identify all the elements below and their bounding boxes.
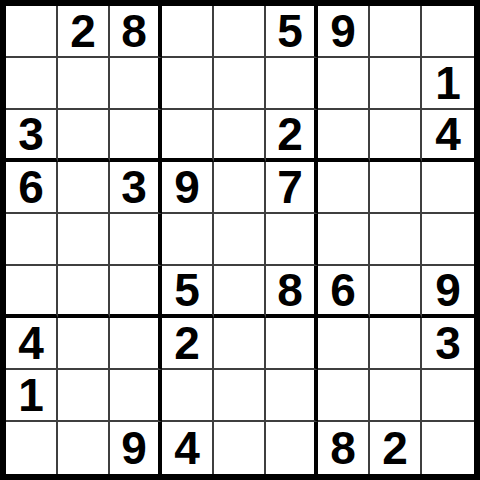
cell-r1c2-given[interactable]: 2 (58, 6, 110, 58)
cell-r6c9-given[interactable]: 9 (422, 266, 474, 318)
cell-r2c7-empty[interactable] (318, 58, 370, 110)
cell-r4c7-empty[interactable] (318, 162, 370, 214)
cell-r1c1-empty[interactable] (6, 6, 58, 58)
cell-r1c3-given[interactable]: 8 (110, 6, 162, 58)
cell-r8c1-given[interactable]: 1 (6, 370, 58, 422)
cell-r3c6-given[interactable]: 2 (266, 110, 318, 162)
cell-r3c2-empty[interactable] (58, 110, 110, 162)
cell-r8c8-empty[interactable] (370, 370, 422, 422)
cell-r9c7-given[interactable]: 8 (318, 422, 370, 474)
cell-r5c9-empty[interactable] (422, 214, 474, 266)
cell-r7c6-empty[interactable] (266, 318, 318, 370)
cell-r8c6-empty[interactable] (266, 370, 318, 422)
cell-r2c2-empty[interactable] (58, 58, 110, 110)
cell-r3c3-empty[interactable] (110, 110, 162, 162)
cell-r1c9-empty[interactable] (422, 6, 474, 58)
cell-r4c6-given[interactable]: 7 (266, 162, 318, 214)
cell-r2c6-empty[interactable] (266, 58, 318, 110)
cell-r7c1-given[interactable]: 4 (6, 318, 58, 370)
cell-r3c7-empty[interactable] (318, 110, 370, 162)
cell-r1c5-empty[interactable] (214, 6, 266, 58)
cell-r2c1-empty[interactable] (6, 58, 58, 110)
cell-r5c4-empty[interactable] (162, 214, 214, 266)
cell-r7c4-given[interactable]: 2 (162, 318, 214, 370)
cell-r8c3-empty[interactable] (110, 370, 162, 422)
cell-r3c1-given[interactable]: 3 (6, 110, 58, 162)
cell-r6c6-given[interactable]: 8 (266, 266, 318, 318)
cell-r3c9-given[interactable]: 4 (422, 110, 474, 162)
cell-r8c4-empty[interactable] (162, 370, 214, 422)
cell-r6c2-empty[interactable] (58, 266, 110, 318)
cell-r6c5-empty[interactable] (214, 266, 266, 318)
cell-r4c8-empty[interactable] (370, 162, 422, 214)
cell-r4c3-given[interactable]: 3 (110, 162, 162, 214)
cell-r7c9-given[interactable]: 3 (422, 318, 474, 370)
cell-r8c7-empty[interactable] (318, 370, 370, 422)
cell-r5c1-empty[interactable] (6, 214, 58, 266)
cell-r2c3-empty[interactable] (110, 58, 162, 110)
cell-r1c8-empty[interactable] (370, 6, 422, 58)
cell-r5c6-empty[interactable] (266, 214, 318, 266)
cell-r4c5-empty[interactable] (214, 162, 266, 214)
cell-r5c2-empty[interactable] (58, 214, 110, 266)
cell-r2c5-empty[interactable] (214, 58, 266, 110)
cell-r1c7-given[interactable]: 9 (318, 6, 370, 58)
cell-r6c1-empty[interactable] (6, 266, 58, 318)
cell-r5c7-empty[interactable] (318, 214, 370, 266)
cell-r4c4-given[interactable]: 9 (162, 162, 214, 214)
cell-r9c3-given[interactable]: 9 (110, 422, 162, 474)
cell-r7c8-empty[interactable] (370, 318, 422, 370)
cell-r7c5-empty[interactable] (214, 318, 266, 370)
cell-r8c9-empty[interactable] (422, 370, 474, 422)
cell-r6c3-empty[interactable] (110, 266, 162, 318)
cell-r9c5-empty[interactable] (214, 422, 266, 474)
cell-r9c1-empty[interactable] (6, 422, 58, 474)
cell-r8c5-empty[interactable] (214, 370, 266, 422)
cell-r5c3-empty[interactable] (110, 214, 162, 266)
cell-r9c6-empty[interactable] (266, 422, 318, 474)
cell-r4c1-given[interactable]: 6 (6, 162, 58, 214)
cell-r3c5-empty[interactable] (214, 110, 266, 162)
cell-r6c7-given[interactable]: 6 (318, 266, 370, 318)
cell-r7c2-empty[interactable] (58, 318, 110, 370)
cell-r3c4-empty[interactable] (162, 110, 214, 162)
cell-r7c3-empty[interactable] (110, 318, 162, 370)
cell-r9c4-given[interactable]: 4 (162, 422, 214, 474)
cell-r9c8-given[interactable]: 2 (370, 422, 422, 474)
cell-r6c8-empty[interactable] (370, 266, 422, 318)
cell-r1c6-given[interactable]: 5 (266, 6, 318, 58)
cell-r7c7-empty[interactable] (318, 318, 370, 370)
sudoku-board: 285913246397586942319482 (0, 0, 480, 480)
cell-r2c8-empty[interactable] (370, 58, 422, 110)
cell-r2c9-given[interactable]: 1 (422, 58, 474, 110)
cell-r3c8-empty[interactable] (370, 110, 422, 162)
cell-r1c4-empty[interactable] (162, 6, 214, 58)
cell-r8c2-empty[interactable] (58, 370, 110, 422)
cell-r9c2-empty[interactable] (58, 422, 110, 474)
cell-r2c4-empty[interactable] (162, 58, 214, 110)
cell-r5c5-empty[interactable] (214, 214, 266, 266)
cell-r5c8-empty[interactable] (370, 214, 422, 266)
cell-r6c4-given[interactable]: 5 (162, 266, 214, 318)
cell-r4c9-empty[interactable] (422, 162, 474, 214)
cell-r9c9-empty[interactable] (422, 422, 474, 474)
cell-r4c2-empty[interactable] (58, 162, 110, 214)
